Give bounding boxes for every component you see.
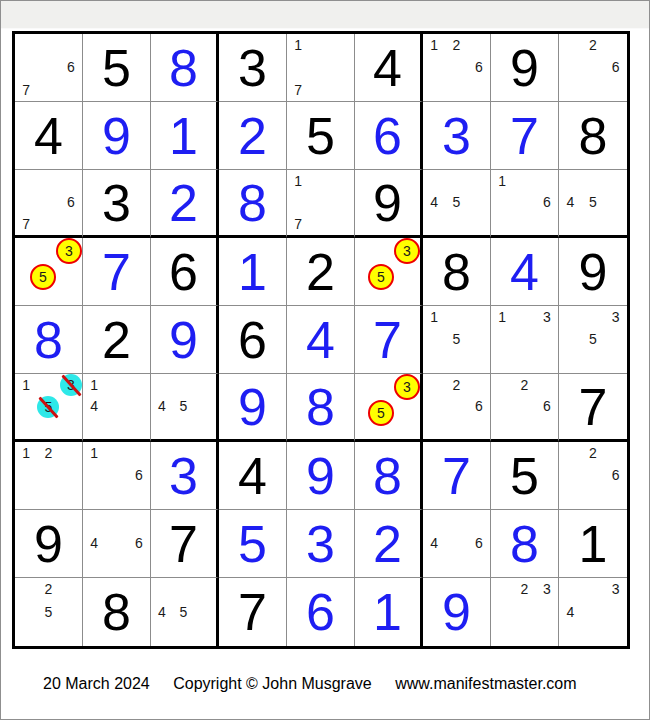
- cell-r6c3[interactable]: 45: [151, 374, 219, 442]
- empty-candidate-slot: [60, 442, 82, 464]
- cell-r2c2[interactable]: 9: [83, 102, 151, 170]
- candidate-5: 5: [173, 396, 195, 418]
- cell-r1c2[interactable]: 5: [83, 34, 151, 102]
- cell-r7c2[interactable]: 16: [83, 442, 151, 510]
- empty-candidate-slot: [582, 79, 605, 101]
- cell-r1c1[interactable]: 67: [15, 34, 83, 102]
- empty-candidate-slot: [128, 374, 150, 396]
- digit-solved: 2: [219, 102, 286, 169]
- empty-candidate-slot: [394, 290, 420, 305]
- empty-candidate-slot: [604, 351, 627, 373]
- empty-candidate-slot: [491, 213, 513, 235]
- pencil-marks: 25: [15, 578, 82, 646]
- empty-candidate-slot: [83, 487, 105, 509]
- digit-given: 3: [219, 34, 286, 101]
- cell-r7c6[interactable]: 8: [355, 442, 423, 510]
- candidate-4: 4: [151, 601, 173, 624]
- digit-solved: 8: [491, 510, 558, 577]
- empty-candidate-slot: [445, 351, 467, 373]
- cell-r9c8[interactable]: 23: [491, 578, 559, 646]
- candidate-5: 5: [582, 192, 605, 214]
- empty-candidate-slot: [37, 34, 59, 56]
- empty-candidate-slot: [60, 623, 82, 646]
- empty-candidate-slot: [60, 34, 82, 56]
- pencil-marks: 15: [423, 306, 490, 373]
- candidate-6: 6: [60, 192, 82, 214]
- digit-solved: 1: [219, 238, 286, 305]
- cell-r4c1[interactable]: 35: [15, 238, 83, 306]
- candidate-7: 7: [287, 213, 309, 235]
- pencil-marks: 35: [355, 238, 420, 305]
- empty-candidate-slot: [513, 328, 535, 350]
- digit-given: 7: [559, 374, 627, 439]
- cell-r9c5[interactable]: 6: [287, 578, 355, 646]
- cell-r7c7[interactable]: 7: [423, 442, 491, 510]
- empty-candidate-slot: [37, 56, 59, 78]
- digit-given: 4: [15, 102, 82, 169]
- candidate-6: 6: [604, 56, 627, 78]
- empty-candidate-slot: [445, 213, 467, 235]
- candidate-3: 3: [604, 306, 627, 328]
- digit-solved: 9: [287, 442, 354, 509]
- empty-candidate-slot: [559, 578, 582, 601]
- candidate-1: 1: [83, 374, 105, 396]
- pencil-marks: 35: [15, 238, 82, 305]
- empty-candidate-slot: [604, 442, 627, 464]
- cell-r1c7[interactable]: 126: [423, 34, 491, 102]
- cell-r2c8[interactable]: 7: [491, 102, 559, 170]
- digit-given: 1: [559, 510, 627, 577]
- cell-r3c7[interactable]: 45: [423, 170, 491, 238]
- cell-r7c8[interactable]: 5: [491, 442, 559, 510]
- digit-solved: 8: [219, 170, 286, 235]
- digit-solved: 9: [219, 374, 286, 439]
- pencil-marks: 17: [287, 170, 354, 235]
- empty-candidate-slot: [536, 170, 558, 192]
- empty-candidate-slot: [423, 79, 445, 101]
- cell-r6c2[interactable]: 14: [83, 374, 151, 442]
- empty-candidate-slot: [37, 192, 59, 214]
- empty-candidate-slot: [194, 374, 216, 396]
- pencil-marks: 12: [15, 442, 82, 509]
- candidate-1: 1: [15, 442, 37, 464]
- candidate-5: 5: [30, 264, 56, 290]
- candidate-3: 3: [536, 306, 558, 328]
- empty-candidate-slot: [604, 34, 627, 56]
- empty-candidate-slot: [536, 328, 558, 350]
- candidate-highlight-yellow: 5: [30, 264, 56, 290]
- empty-candidate-slot: [423, 56, 445, 78]
- candidate-4: 4: [559, 601, 582, 624]
- pencil-marks: 16: [491, 170, 558, 235]
- empty-candidate-slot: [468, 417, 490, 439]
- empty-candidate-slot: [468, 34, 490, 56]
- empty-candidate-slot: [15, 192, 37, 214]
- empty-candidate-slot: [559, 623, 582, 646]
- empty-candidate-slot: [423, 328, 445, 350]
- empty-candidate-slot: [423, 213, 445, 235]
- digit-given: 2: [83, 306, 150, 373]
- empty-candidate-slot: [445, 510, 467, 532]
- cell-r3c5[interactable]: 17: [287, 170, 355, 238]
- empty-candidate-slot: [423, 510, 445, 532]
- cell-r4c4[interactable]: 1: [219, 238, 287, 306]
- digit-solved: 4: [287, 306, 354, 373]
- cell-r5c6[interactable]: 7: [355, 306, 423, 374]
- empty-candidate-slot: [445, 555, 467, 577]
- empty-candidate-slot: [37, 170, 59, 192]
- empty-candidate-slot: [445, 79, 467, 101]
- cell-r9c1[interactable]: 25: [15, 578, 83, 646]
- empty-candidate-slot: [559, 351, 582, 373]
- digit-solved: 6: [355, 102, 420, 169]
- cell-r9c6[interactable]: 1: [355, 578, 423, 646]
- cell-r1c8[interactable]: 9: [491, 34, 559, 102]
- candidate-7: 7: [287, 79, 309, 101]
- digit-given: 9: [355, 170, 420, 235]
- empty-candidate-slot: [559, 79, 582, 101]
- cell-r7c9[interactable]: 26: [559, 442, 627, 510]
- candidate-1: 1: [423, 34, 445, 56]
- empty-candidate-slot: [194, 623, 216, 646]
- pencil-marks: 126: [423, 34, 490, 101]
- digit-solved: 1: [355, 578, 420, 646]
- candidate-6: 6: [468, 396, 490, 418]
- empty-candidate-slot: [309, 170, 331, 192]
- empty-candidate-slot: [37, 623, 59, 646]
- empty-candidate-slot: [604, 601, 627, 624]
- empty-candidate-slot: [173, 417, 195, 439]
- cell-r1c9[interactable]: 26: [559, 34, 627, 102]
- empty-candidate-slot: [15, 578, 37, 601]
- empty-candidate-slot: [105, 510, 127, 532]
- empty-candidate-slot: [491, 396, 513, 418]
- pencil-marks: 17: [287, 34, 354, 101]
- empty-candidate-slot: [128, 442, 150, 464]
- empty-candidate-slot: [105, 442, 127, 464]
- cell-r7c4[interactable]: 4: [219, 442, 287, 510]
- cell-r3c8[interactable]: 16: [491, 170, 559, 238]
- cell-r8c9[interactable]: 1: [559, 510, 627, 578]
- empty-candidate-slot: [445, 532, 467, 554]
- cell-r5c3[interactable]: 9: [151, 306, 219, 374]
- candidate-2: 2: [582, 34, 605, 56]
- digit-given: 8: [83, 578, 150, 646]
- empty-candidate-slot: [582, 578, 605, 601]
- empty-candidate-slot: [60, 170, 82, 192]
- candidate-7: 7: [15, 213, 37, 235]
- cell-r1c5[interactable]: 17: [287, 34, 355, 102]
- empty-candidate-slot: [536, 351, 558, 373]
- empty-candidate-slot: [309, 56, 331, 78]
- cell-r3c4[interactable]: 8: [219, 170, 287, 238]
- empty-candidate-slot: [394, 400, 420, 426]
- empty-candidate-slot: [151, 623, 173, 646]
- candidate-highlight-yellow: 3: [394, 374, 420, 400]
- empty-candidate-slot: [559, 464, 582, 486]
- empty-candidate-slot: [128, 555, 150, 577]
- cell-r9c7[interactable]: 9: [423, 578, 491, 646]
- cell-r5c7[interactable]: 15: [423, 306, 491, 374]
- cell-r2c9[interactable]: 8: [559, 102, 627, 170]
- cell-r6c8[interactable]: 26: [491, 374, 559, 442]
- empty-candidate-slot: [468, 213, 490, 235]
- cell-r5c1[interactable]: 8: [15, 306, 83, 374]
- candidate-5: 5: [37, 601, 59, 624]
- cell-r4c8[interactable]: 4: [491, 238, 559, 306]
- empty-candidate-slot: [559, 328, 582, 350]
- empty-candidate-slot: [491, 328, 513, 350]
- cell-r4c6[interactable]: 35: [355, 238, 423, 306]
- digit-solved: 1: [151, 102, 216, 169]
- digit-solved: 3: [423, 102, 490, 169]
- candidate-5: 5: [37, 396, 59, 418]
- empty-candidate-slot: [309, 34, 331, 56]
- footer-copyright: Copyright © John Musgrave: [173, 675, 372, 692]
- candidate-2: 2: [445, 34, 467, 56]
- candidate-2: 2: [513, 374, 535, 396]
- empty-candidate-slot: [332, 79, 354, 101]
- empty-candidate-slot: [128, 396, 150, 418]
- pencil-marks: 67: [15, 34, 82, 101]
- cell-r6c9[interactable]: 7: [559, 374, 627, 442]
- candidate-2: 2: [513, 578, 535, 601]
- empty-candidate-slot: [15, 418, 37, 439]
- empty-candidate-slot: [15, 170, 37, 192]
- empty-candidate-slot: [513, 396, 535, 418]
- cell-r9c4[interactable]: 7: [219, 578, 287, 646]
- cell-r9c9[interactable]: 34: [559, 578, 627, 646]
- empty-candidate-slot: [30, 238, 56, 264]
- pencil-marks: 26: [559, 34, 627, 101]
- empty-candidate-slot: [468, 192, 490, 214]
- empty-candidate-slot: [37, 487, 59, 509]
- empty-candidate-slot: [309, 192, 331, 214]
- empty-candidate-slot: [582, 623, 605, 646]
- cell-r6c1[interactable]: 135: [15, 374, 83, 442]
- digit-given: 7: [219, 578, 286, 646]
- candidate-3: 3: [394, 374, 420, 400]
- cell-r1c4[interactable]: 3: [219, 34, 287, 102]
- cell-r4c7[interactable]: 8: [423, 238, 491, 306]
- empty-candidate-slot: [536, 417, 558, 439]
- cell-r8c8[interactable]: 8: [491, 510, 559, 578]
- empty-candidate-slot: [491, 374, 513, 396]
- cell-r2c1[interactable]: 4: [15, 102, 83, 170]
- empty-candidate-slot: [105, 532, 127, 554]
- empty-candidate-slot: [423, 555, 445, 577]
- candidate-3: 3: [536, 578, 558, 601]
- empty-candidate-slot: [151, 374, 173, 396]
- candidate-3: 3: [60, 374, 82, 396]
- empty-candidate-slot: [513, 170, 535, 192]
- empty-candidate-slot: [536, 374, 558, 396]
- candidate-5: 5: [368, 264, 394, 290]
- empty-candidate-slot: [582, 56, 605, 78]
- empty-candidate-slot: [513, 601, 535, 624]
- empty-candidate-slot: [332, 56, 354, 78]
- empty-candidate-slot: [60, 213, 82, 235]
- empty-candidate-slot: [582, 306, 605, 328]
- cell-r2c4[interactable]: 2: [219, 102, 287, 170]
- candidate-2: 2: [582, 442, 605, 464]
- cell-r1c6[interactable]: 4: [355, 34, 423, 102]
- candidate-5: 5: [173, 601, 195, 624]
- candidate-6: 6: [536, 192, 558, 214]
- empty-candidate-slot: [394, 426, 420, 439]
- empty-candidate-slot: [582, 213, 605, 235]
- empty-candidate-slot: [15, 396, 37, 418]
- cell-r2c5[interactable]: 5: [287, 102, 355, 170]
- empty-candidate-slot: [332, 213, 354, 235]
- cell-r5c9[interactable]: 35: [559, 306, 627, 374]
- cell-r3c6[interactable]: 9: [355, 170, 423, 238]
- pencil-marks: 135: [15, 374, 82, 439]
- digit-given: 2: [287, 238, 354, 305]
- empty-candidate-slot: [468, 79, 490, 101]
- empty-candidate-slot: [559, 56, 582, 78]
- empty-candidate-slot: [83, 510, 105, 532]
- empty-candidate-slot: [173, 578, 195, 601]
- empty-candidate-slot: [491, 192, 513, 214]
- candidate-eliminated-cyan: 3: [60, 374, 82, 396]
- empty-candidate-slot: [468, 555, 490, 577]
- empty-candidate-slot: [355, 290, 368, 305]
- cell-r2c7[interactable]: 3: [423, 102, 491, 170]
- empty-candidate-slot: [355, 264, 368, 290]
- empty-candidate-slot: [15, 56, 37, 78]
- cell-r7c5[interactable]: 9: [287, 442, 355, 510]
- cell-r7c1[interactable]: 12: [15, 442, 83, 510]
- cell-r5c8[interactable]: 13: [491, 306, 559, 374]
- cell-r5c4[interactable]: 6: [219, 306, 287, 374]
- cell-r9c2[interactable]: 8: [83, 578, 151, 646]
- cell-r8c7[interactable]: 46: [423, 510, 491, 578]
- cell-r9c3[interactable]: 45: [151, 578, 219, 646]
- empty-candidate-slot: [559, 487, 582, 509]
- digit-solved: 8: [287, 374, 354, 439]
- candidate-3: 3: [56, 238, 82, 264]
- cell-r3c9[interactable]: 45: [559, 170, 627, 238]
- pencil-marks: 16: [83, 442, 150, 509]
- cell-r6c6[interactable]: 35: [355, 374, 423, 442]
- digit-given: 9: [15, 510, 82, 577]
- empty-candidate-slot: [513, 192, 535, 214]
- empty-candidate-slot: [604, 192, 627, 214]
- cell-r8c2[interactable]: 46: [83, 510, 151, 578]
- empty-candidate-slot: [37, 374, 59, 396]
- cell-r4c2[interactable]: 7: [83, 238, 151, 306]
- cell-r8c6[interactable]: 2: [355, 510, 423, 578]
- empty-candidate-slot: [559, 442, 582, 464]
- empty-candidate-slot: [604, 79, 627, 101]
- footer-date: 20 March 2024: [43, 675, 150, 692]
- cell-r6c7[interactable]: 26: [423, 374, 491, 442]
- pencil-marks: 67: [15, 170, 82, 235]
- cell-r4c9[interactable]: 9: [559, 238, 627, 306]
- digit-given: 5: [287, 102, 354, 169]
- empty-candidate-slot: [83, 417, 105, 439]
- digit-given: 4: [219, 442, 286, 509]
- empty-candidate-slot: [468, 374, 490, 396]
- cell-r2c6[interactable]: 6: [355, 102, 423, 170]
- empty-candidate-slot: [60, 464, 82, 486]
- empty-candidate-slot: [128, 487, 150, 509]
- empty-candidate-slot: [194, 417, 216, 439]
- empty-candidate-slot: [394, 264, 420, 290]
- empty-candidate-slot: [37, 418, 59, 439]
- empty-candidate-slot: [368, 290, 394, 305]
- pencil-marks: 45: [151, 374, 216, 439]
- empty-candidate-slot: [332, 192, 354, 214]
- digit-solved: 8: [15, 306, 82, 373]
- empty-candidate-slot: [15, 34, 37, 56]
- empty-candidate-slot: [56, 264, 82, 290]
- cell-r2c3[interactable]: 1: [151, 102, 219, 170]
- cell-r5c5[interactable]: 4: [287, 306, 355, 374]
- empty-candidate-slot: [105, 417, 127, 439]
- candidate-7: 7: [15, 79, 37, 101]
- cell-r8c3[interactable]: 7: [151, 510, 219, 578]
- empty-candidate-slot: [332, 34, 354, 56]
- empty-candidate-slot: [559, 170, 582, 192]
- pencil-marks: 13: [491, 306, 558, 373]
- empty-candidate-slot: [582, 351, 605, 373]
- cell-r8c4[interactable]: 5: [219, 510, 287, 578]
- cell-r5c2[interactable]: 2: [83, 306, 151, 374]
- empty-candidate-slot: [309, 79, 331, 101]
- cell-r6c4[interactable]: 9: [219, 374, 287, 442]
- digit-solved: 7: [423, 442, 490, 509]
- cell-r3c3[interactable]: 2: [151, 170, 219, 238]
- empty-candidate-slot: [355, 426, 368, 439]
- empty-candidate-slot: [15, 264, 30, 290]
- cell-r4c3[interactable]: 6: [151, 238, 219, 306]
- cell-r8c5[interactable]: 3: [287, 510, 355, 578]
- empty-candidate-slot: [15, 238, 30, 264]
- pencil-marks: 35: [559, 306, 627, 373]
- cell-r1c3[interactable]: 8: [151, 34, 219, 102]
- cell-r8c1[interactable]: 9: [15, 510, 83, 578]
- empty-candidate-slot: [287, 56, 309, 78]
- cell-r4c5[interactable]: 2: [287, 238, 355, 306]
- empty-candidate-slot: [368, 426, 394, 439]
- empty-candidate-slot: [604, 487, 627, 509]
- pencil-marks: 23: [491, 578, 558, 646]
- candidate-highlight-yellow: 5: [368, 400, 394, 426]
- cell-r3c1[interactable]: 67: [15, 170, 83, 238]
- pencil-marks: 45: [151, 578, 216, 646]
- empty-candidate-slot: [468, 351, 490, 373]
- empty-candidate-slot: [445, 306, 467, 328]
- cell-r7c3[interactable]: 3: [151, 442, 219, 510]
- cell-r6c5[interactable]: 8: [287, 374, 355, 442]
- empty-candidate-slot: [423, 396, 445, 418]
- pencil-marks: 34: [559, 578, 627, 646]
- digit-given: 3: [83, 170, 150, 235]
- empty-candidate-slot: [83, 464, 105, 486]
- candidate-4: 4: [83, 532, 105, 554]
- cell-r3c2[interactable]: 3: [83, 170, 151, 238]
- candidate-4: 4: [151, 396, 173, 418]
- pencil-marks: 14: [83, 374, 150, 439]
- candidate-2: 2: [37, 578, 59, 601]
- footer: 20 March 2024 Copyright © John Musgrave …: [43, 675, 649, 693]
- empty-candidate-slot: [582, 170, 605, 192]
- empty-candidate-slot: [445, 396, 467, 418]
- empty-candidate-slot: [105, 555, 127, 577]
- candidate-6: 6: [468, 56, 490, 78]
